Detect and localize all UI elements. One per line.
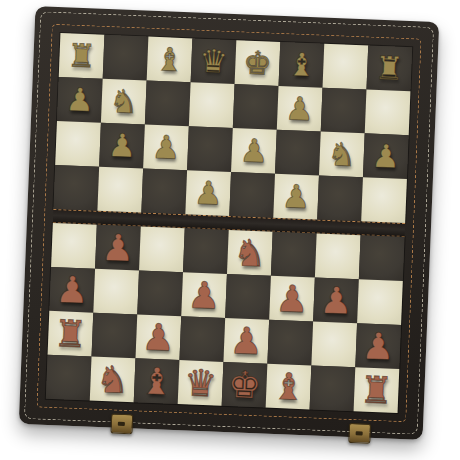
square-d2[interactable] (179, 316, 225, 362)
square-c4[interactable] (139, 226, 185, 272)
piece-copper-pawn-f3[interactable]: ♟ (275, 279, 310, 317)
square-b8[interactable] (103, 35, 149, 81)
square-g1[interactable] (310, 365, 356, 411)
square-a2[interactable]: ♜ (48, 311, 94, 357)
piece-brass-pawn-e6[interactable]: ♟ (239, 134, 269, 167)
photo-backdrop: ♜♝♛♚♝♜♟♞♟♟♟♟♞♟♟♟ ♟♞♟♟♟♟♜♟♟♟♞♝♛♚♝♜ (0, 0, 460, 460)
square-f7[interactable]: ♟ (277, 86, 323, 132)
square-e5[interactable] (229, 172, 275, 218)
board-top-half: ♜♝♛♚♝♜♟♞♟♟♟♟♞♟♟♟ (53, 33, 412, 223)
square-h4[interactable] (359, 235, 405, 281)
square-c2[interactable]: ♟ (135, 314, 181, 360)
square-e6[interactable]: ♟ (231, 128, 277, 174)
square-c6[interactable]: ♟ (143, 125, 189, 171)
square-c5[interactable] (141, 169, 187, 215)
piece-brass-king-e8[interactable]: ♚ (242, 46, 272, 79)
piece-brass-bishop-f8[interactable]: ♝ (286, 48, 316, 81)
piece-copper-pawn-e2[interactable]: ♟ (229, 322, 264, 360)
piece-copper-rook-h1[interactable]: ♜ (359, 371, 394, 409)
square-g3[interactable]: ♟ (313, 277, 359, 323)
square-b6[interactable]: ♟ (99, 123, 145, 169)
piece-copper-king-e1[interactable]: ♚ (227, 366, 262, 404)
piece-brass-pawn-a7[interactable]: ♟ (65, 83, 95, 116)
piece-copper-pawn-b4[interactable]: ♟ (101, 228, 136, 266)
square-f8[interactable]: ♝ (279, 42, 325, 88)
square-c7[interactable] (145, 81, 191, 127)
square-h6[interactable]: ♟ (363, 133, 409, 179)
square-f6[interactable] (275, 130, 321, 176)
piece-brass-bishop-c8[interactable]: ♝ (155, 43, 185, 76)
square-f5[interactable]: ♟ (273, 174, 319, 220)
piece-copper-pawn-d3[interactable]: ♟ (187, 276, 222, 314)
square-f2[interactable] (267, 320, 313, 366)
piece-brass-pawn-f5[interactable]: ♟ (281, 180, 311, 213)
piece-copper-knight-e4[interactable]: ♞ (232, 234, 267, 272)
square-h2[interactable]: ♟ (355, 323, 401, 369)
square-a6[interactable] (55, 121, 101, 167)
square-a4[interactable] (51, 223, 97, 269)
piece-brass-queen-d8[interactable]: ♛ (199, 45, 229, 78)
square-h8[interactable]: ♜ (366, 45, 412, 91)
square-d3[interactable]: ♟ (181, 272, 227, 318)
piece-copper-bishop-c1[interactable]: ♝ (139, 362, 174, 400)
square-g4[interactable] (315, 234, 361, 280)
piece-copper-pawn-a3[interactable]: ♟ (55, 271, 90, 309)
board-bottom-half: ♟♞♟♟♟♟♜♟♟♟♞♝♛♚♝♜ (46, 223, 405, 413)
piece-brass-pawn-c6[interactable]: ♟ (151, 131, 181, 164)
piece-copper-knight-b1[interactable]: ♞ (95, 360, 130, 398)
square-e4[interactable]: ♞ (227, 230, 273, 276)
square-c3[interactable] (137, 270, 183, 316)
square-d6[interactable] (187, 126, 233, 172)
square-b7[interactable]: ♞ (101, 79, 147, 125)
square-h7[interactable] (365, 89, 411, 135)
square-a8[interactable]: ♜ (59, 33, 105, 79)
square-e7[interactable] (233, 84, 279, 130)
square-d7[interactable] (189, 82, 235, 128)
latch-left[interactable] (110, 413, 133, 434)
piece-brass-knight-g6[interactable]: ♞ (327, 138, 357, 171)
square-b4[interactable]: ♟ (95, 225, 141, 271)
square-h3[interactable] (357, 279, 403, 325)
square-g7[interactable] (321, 88, 367, 134)
square-b5[interactable] (97, 167, 143, 213)
piece-copper-pawn-g3[interactable]: ♟ (319, 281, 354, 319)
square-a5[interactable] (53, 165, 99, 211)
piece-brass-rook-a8[interactable]: ♜ (67, 39, 97, 72)
square-e1[interactable]: ♚ (222, 362, 268, 408)
piece-copper-pawn-h2[interactable]: ♟ (361, 327, 396, 365)
square-c8[interactable]: ♝ (147, 37, 193, 83)
square-d4[interactable] (183, 228, 229, 274)
piece-copper-bishop-f1[interactable]: ♝ (271, 367, 306, 405)
square-g5[interactable] (317, 176, 363, 222)
square-c1[interactable]: ♝ (134, 358, 180, 404)
square-a7[interactable]: ♟ (57, 77, 103, 123)
square-a1[interactable] (46, 355, 92, 401)
piece-brass-pawn-d5[interactable]: ♟ (193, 177, 223, 210)
piece-brass-pawn-b6[interactable]: ♟ (107, 129, 137, 162)
square-e3[interactable] (225, 274, 271, 320)
square-e2[interactable]: ♟ (223, 318, 269, 364)
square-f4[interactable] (271, 232, 317, 278)
square-b2[interactable] (92, 313, 138, 359)
folding-chess-box: ♜♝♛♚♝♜♟♞♟♟♟♟♞♟♟♟ ♟♞♟♟♟♟♜♟♟♟♞♝♛♚♝♜ (19, 6, 439, 440)
square-f1[interactable]: ♝ (266, 364, 312, 410)
square-b1[interactable]: ♞ (90, 357, 136, 403)
square-h5[interactable] (361, 177, 407, 223)
piece-copper-rook-a2[interactable]: ♜ (53, 315, 88, 353)
piece-brass-pawn-f7[interactable]: ♟ (285, 92, 315, 125)
square-g2[interactable] (311, 321, 357, 367)
square-f3[interactable]: ♟ (269, 276, 315, 322)
square-a3[interactable]: ♟ (49, 267, 95, 313)
piece-copper-pawn-c2[interactable]: ♟ (141, 318, 176, 356)
piece-copper-queen-d1[interactable]: ♛ (183, 364, 218, 402)
square-b3[interactable] (93, 269, 139, 315)
square-e8[interactable]: ♚ (235, 40, 281, 86)
square-g6[interactable]: ♞ (319, 132, 365, 178)
piece-brass-rook-h8[interactable]: ♜ (374, 52, 404, 85)
square-h1[interactable]: ♜ (354, 367, 400, 413)
square-d8[interactable]: ♛ (191, 38, 237, 84)
square-d1[interactable]: ♛ (178, 360, 224, 406)
latch-right[interactable] (348, 423, 371, 444)
chess-board: ♜♝♛♚♝♜♟♞♟♟♟♟♞♟♟♟ ♟♞♟♟♟♟♜♟♟♟♞♝♛♚♝♜ (46, 33, 412, 413)
piece-brass-knight-b7[interactable]: ♞ (109, 85, 139, 118)
piece-brass-pawn-h6[interactable]: ♟ (371, 140, 401, 173)
square-g8[interactable] (323, 44, 369, 90)
square-d5[interactable]: ♟ (185, 170, 231, 216)
